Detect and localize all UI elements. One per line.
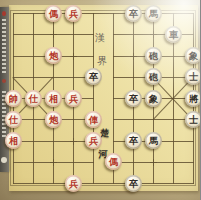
piece-character: 俥: [85, 111, 101, 127]
piece-black-chariot-1[interactable]: 車: [165, 26, 182, 43]
piece-red-horse-1[interactable]: 傌: [45, 5, 62, 22]
point-marker: [73, 53, 74, 60]
piece-character: 車: [165, 26, 181, 42]
piece-character: 將: [185, 90, 200, 106]
piece-red-chariot-1[interactable]: 俥: [85, 111, 102, 128]
piece-red-cannon-1[interactable]: 炮: [45, 47, 62, 64]
piece-character: 象: [185, 48, 200, 64]
piece-character: 卒: [125, 175, 141, 191]
river-label: 界: [96, 56, 108, 66]
strip-red-seal: [2, 79, 6, 83]
piece-character: 傌: [45, 5, 61, 21]
river-label: 漢: [94, 33, 106, 43]
piece-character: 馬: [145, 133, 161, 149]
piece-red-elephant-1[interactable]: 相: [45, 90, 62, 107]
piece-character: 仕: [25, 90, 41, 106]
piece-black-elephant-2[interactable]: 象: [145, 90, 162, 107]
piece-black-king[interactable]: 將: [185, 90, 201, 107]
piece-character: 象: [145, 90, 161, 106]
piece-red-king[interactable]: 帥: [5, 90, 22, 107]
piece-character: 兵: [85, 133, 101, 149]
piece-red-advisor-2[interactable]: 仕: [5, 111, 22, 128]
piece-red-soldier-1[interactable]: 兵: [65, 5, 82, 22]
piece-black-elephant-1[interactable]: 象: [185, 47, 201, 64]
piece-character: 馬: [145, 5, 161, 21]
piece-black-soldier-2[interactable]: 卒: [85, 68, 102, 85]
piece-black-soldier-5[interactable]: 卒: [125, 175, 142, 192]
piece-character: 士: [185, 69, 200, 85]
piece-red-soldier-3[interactable]: 兵: [85, 132, 102, 149]
strip-text-decoration: [2, 19, 6, 75]
piece-character: 士: [185, 111, 200, 127]
piece-black-advisor-2[interactable]: 士: [185, 111, 201, 128]
xiangqi-board-photo: 漢界楚河 傌兵炮帥仕相兵仕炮俥相兵傌兵卒馬車砲象卒砲士卒象將士卒馬卒: [0, 0, 200, 200]
piece-character: 仕: [5, 111, 21, 127]
piece-black-advisor-1[interactable]: 士: [185, 68, 201, 85]
piece-character: 相: [45, 90, 61, 106]
piece-character: 帥: [5, 90, 21, 106]
piece-character: 傌: [105, 154, 121, 170]
grid-line-horizontal: [13, 13, 194, 14]
piece-black-cannon-2[interactable]: 砲: [145, 68, 162, 85]
piece-black-soldier-4[interactable]: 卒: [125, 132, 142, 149]
point-marker: [53, 159, 54, 166]
piece-black-horse-1[interactable]: 馬: [145, 5, 162, 22]
piece-character: 兵: [65, 90, 81, 106]
strip-red-seal: [2, 11, 6, 16]
point-marker: [53, 31, 54, 38]
piece-character: 卒: [125, 133, 141, 149]
point-marker: [73, 138, 74, 145]
piece-character: 卒: [125, 5, 141, 21]
piece-character: 炮: [45, 48, 61, 64]
piece-character: 砲: [145, 48, 161, 64]
piece-red-elephant-2[interactable]: 相: [5, 132, 22, 149]
piece-red-cannon-2[interactable]: 炮: [45, 111, 62, 128]
piece-character: 兵: [65, 5, 81, 21]
piece-red-advisor-1[interactable]: 仕: [25, 90, 42, 107]
piece-character: 炮: [45, 111, 61, 127]
piece-character: 卒: [85, 69, 101, 85]
piece-red-soldier-4[interactable]: 兵: [65, 175, 82, 192]
piece-black-soldier-1[interactable]: 卒: [125, 5, 142, 22]
point-marker: [133, 53, 134, 60]
point-marker: [153, 31, 154, 38]
piece-character: 砲: [145, 69, 161, 85]
piece-character: 相: [5, 133, 21, 149]
piece-black-soldier-3[interactable]: 卒: [125, 90, 142, 107]
piece-character: 兵: [65, 175, 81, 191]
grid-line-horizontal: [13, 183, 194, 184]
piece-red-soldier-2[interactable]: 兵: [65, 90, 82, 107]
piece-red-horse-2[interactable]: 傌: [105, 153, 122, 170]
piece-character: 卒: [125, 90, 141, 106]
grid-line-horizontal: [13, 141, 94, 142]
point-marker: [153, 159, 154, 166]
strip-logo-circle: [1, 157, 7, 163]
piece-black-horse-2[interactable]: 馬: [145, 132, 162, 149]
piece-black-cannon-1[interactable]: 砲: [145, 47, 162, 64]
